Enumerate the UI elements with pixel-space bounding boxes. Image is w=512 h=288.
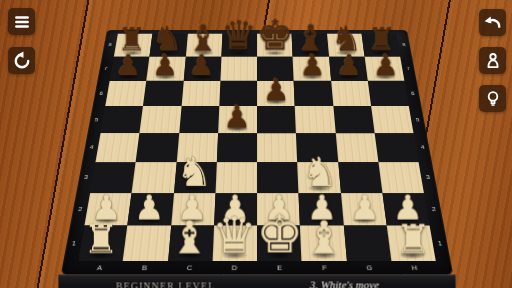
- file-label-f: F: [302, 263, 348, 273]
- square-b6[interactable]: [143, 81, 183, 107]
- square-e8[interactable]: ♚: [257, 34, 293, 57]
- chess-board[interactable]: ♜♞♝♛♚♝♞♜♟♟♟♟♟♟♟♟♞♞♟♟♟♟♟♟♟♟♜♝♛♚♝♜ 8765432…: [61, 30, 453, 275]
- menu-icon: [11, 11, 33, 33]
- white-knight[interactable]: ♞: [302, 152, 338, 192]
- file-label-d: D: [212, 263, 257, 273]
- square-d7[interactable]: [220, 56, 257, 80]
- black-pawn[interactable]: ♟: [336, 51, 362, 80]
- opponent-mode-button[interactable]: [479, 47, 506, 74]
- hint-button[interactable]: [479, 85, 506, 112]
- white-rook[interactable]: ♜: [396, 220, 432, 260]
- undo-move-icon: [482, 12, 504, 34]
- square-e5[interactable]: [257, 106, 296, 133]
- black-pawn[interactable]: ♟: [152, 51, 178, 80]
- square-b4[interactable]: [136, 133, 179, 162]
- white-king[interactable]: ♚: [256, 208, 303, 260]
- square-d4[interactable]: [217, 133, 257, 162]
- square-d1[interactable]: ♛: [212, 226, 257, 261]
- white-knight[interactable]: ♞: [176, 152, 212, 192]
- board-frame: ♜♞♝♛♚♝♞♜♟♟♟♟♟♟♟♟♞♞♟♟♟♟♟♟♟♟♜♝♛♚♝♜ 8765432…: [61, 30, 453, 275]
- file-label-b: B: [121, 263, 167, 273]
- file-label-a: A: [76, 263, 123, 273]
- square-e4[interactable]: [257, 133, 297, 162]
- white-bishop[interactable]: ♝: [304, 215, 345, 261]
- square-h6[interactable]: [368, 81, 409, 107]
- square-h1[interactable]: ♜: [386, 226, 435, 261]
- square-g7[interactable]: ♟: [329, 56, 368, 80]
- square-a6[interactable]: [105, 81, 146, 107]
- square-c5[interactable]: [179, 106, 219, 133]
- opponent-mode-icon: [482, 50, 504, 72]
- square-d5[interactable]: ♟: [218, 106, 257, 133]
- rotate-board-icon: [11, 50, 33, 72]
- square-d8[interactable]: ♛: [221, 34, 257, 57]
- square-h5[interactable]: [371, 106, 414, 133]
- white-bishop[interactable]: ♝: [169, 215, 210, 261]
- board-grid: ♜♞♝♛♚♝♞♜♟♟♟♟♟♟♟♟♞♞♟♟♟♟♟♟♟♟♜♝♛♚♝♜: [78, 34, 436, 261]
- white-pawn[interactable]: ♟: [350, 191, 381, 225]
- square-e6[interactable]: ♟: [257, 81, 295, 107]
- white-rook[interactable]: ♜: [83, 220, 119, 260]
- menu-button[interactable]: [8, 8, 35, 35]
- square-a7[interactable]: ♟: [110, 56, 150, 80]
- move-indicator: 3. White's move: [310, 279, 379, 288]
- square-h4[interactable]: [374, 133, 418, 162]
- black-queen[interactable]: ♛: [221, 16, 257, 56]
- file-label-c: C: [167, 263, 213, 273]
- square-f6[interactable]: [294, 81, 333, 107]
- file-labels: ABCDEFGH: [76, 263, 438, 273]
- square-g6[interactable]: [331, 81, 371, 107]
- square-c7[interactable]: ♟: [183, 56, 221, 80]
- square-a1[interactable]: ♜: [78, 226, 127, 261]
- square-b5[interactable]: [140, 106, 181, 133]
- black-pawn[interactable]: ♟: [263, 75, 290, 105]
- file-label-h: H: [391, 263, 438, 273]
- rotate-board-button[interactable]: [8, 47, 35, 74]
- square-g5[interactable]: [333, 106, 374, 133]
- level-label: BEGINNER LEVEL: [116, 280, 215, 288]
- hint-lightbulb-icon: [482, 88, 504, 110]
- black-pawn[interactable]: ♟: [299, 51, 325, 80]
- square-b2[interactable]: ♟: [128, 193, 174, 226]
- square-b1[interactable]: [123, 226, 171, 261]
- square-g1[interactable]: [343, 226, 391, 261]
- square-c1[interactable]: ♝: [168, 226, 214, 261]
- board-front-edge: BEGINNER LEVEL 3. White's move: [58, 274, 455, 288]
- square-e1[interactable]: ♚: [257, 226, 302, 261]
- undo-move-button[interactable]: [479, 9, 506, 36]
- black-pawn[interactable]: ♟: [373, 51, 399, 80]
- chess-app-screen: ♜♞♝♛♚♝♞♜♟♟♟♟♟♟♟♟♞♞♟♟♟♟♟♟♟♟♜♝♛♚♝♜ 8765432…: [0, 0, 512, 288]
- square-g2[interactable]: ♟: [340, 193, 386, 226]
- black-pawn[interactable]: ♟: [189, 51, 215, 80]
- black-king[interactable]: ♚: [256, 14, 294, 56]
- black-pawn[interactable]: ♟: [224, 102, 252, 133]
- square-a4[interactable]: [95, 133, 139, 162]
- square-h7[interactable]: ♟: [364, 56, 404, 80]
- black-pawn[interactable]: ♟: [115, 51, 141, 80]
- square-f7[interactable]: ♟: [293, 56, 331, 80]
- file-label-g: G: [347, 263, 393, 273]
- white-queen[interactable]: ♛: [212, 210, 257, 260]
- square-a5[interactable]: [100, 106, 143, 133]
- white-pawn[interactable]: ♟: [134, 191, 165, 225]
- square-b7[interactable]: ♟: [147, 56, 186, 80]
- square-f5[interactable]: [295, 106, 335, 133]
- square-f1[interactable]: ♝: [300, 226, 346, 261]
- board-scene: ♜♞♝♛♚♝♞♜♟♟♟♟♟♟♟♟♞♞♟♟♟♟♟♟♟♟♜♝♛♚♝♜ 8765432…: [0, 0, 512, 288]
- file-label-e: E: [257, 263, 302, 273]
- square-g4[interactable]: [335, 133, 378, 162]
- square-c6[interactable]: [181, 81, 220, 107]
